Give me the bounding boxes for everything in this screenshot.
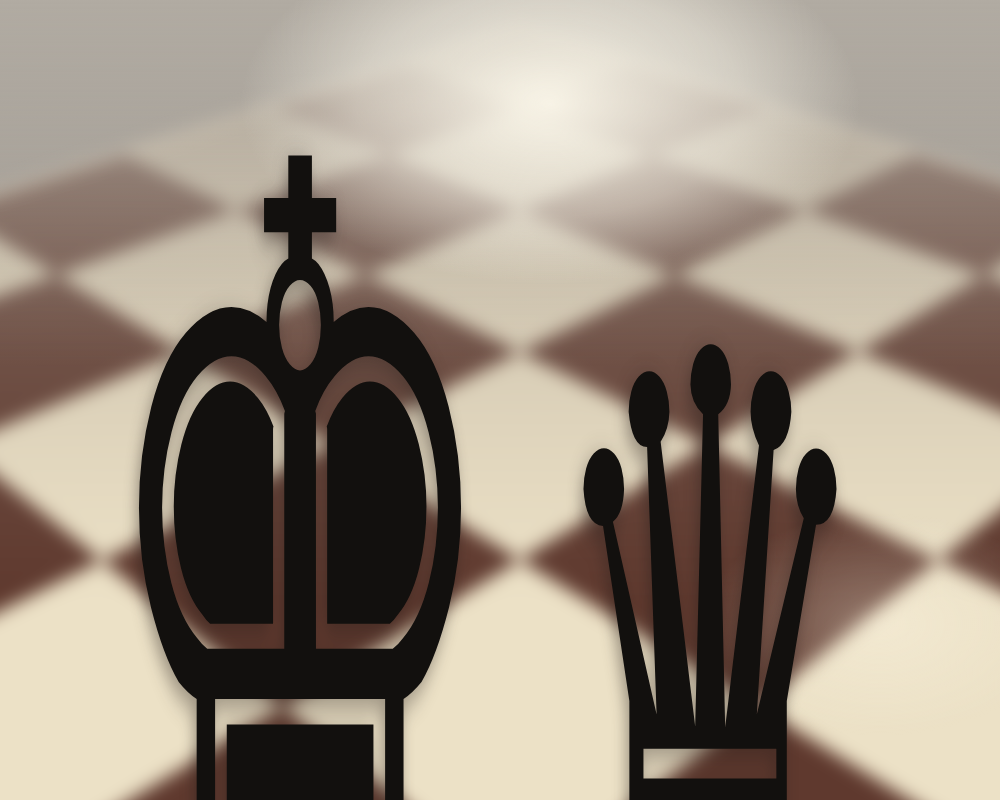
black-queen-piece: ♛ xyxy=(523,254,897,800)
chess-photo: ♚ ♛ xyxy=(0,0,1000,800)
black-king-piece: ♚ xyxy=(70,40,530,800)
